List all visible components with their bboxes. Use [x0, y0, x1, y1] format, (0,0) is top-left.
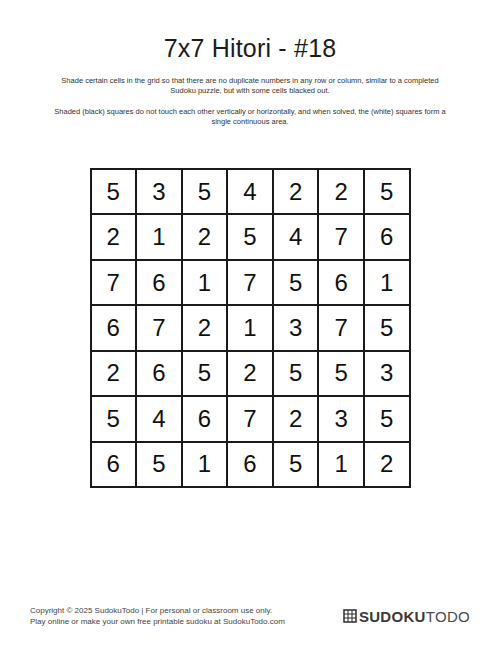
hitori-cell-r6c3[interactable]: 6 — [182, 396, 228, 441]
sudokutodo-logo: SUDOKU TODO — [343, 608, 470, 625]
hitori-cell-r2c6[interactable]: 7 — [318, 214, 364, 259]
hitori-cell-r1c6[interactable]: 2 — [318, 169, 364, 214]
hitori-cell-r5c4[interactable]: 2 — [227, 351, 273, 396]
hitori-cell-r3c5[interactable]: 5 — [273, 260, 319, 305]
sudoku-grid-icon — [343, 609, 357, 623]
hitori-cell-r7c4[interactable]: 6 — [227, 442, 273, 487]
hitori-cell-r1c2[interactable]: 3 — [136, 169, 182, 214]
hitori-cell-r4c6[interactable]: 7 — [318, 305, 364, 350]
hitori-cell-r5c7[interactable]: 3 — [364, 351, 410, 396]
hitori-cell-r2c7[interactable]: 6 — [364, 214, 410, 259]
footer-text: Copyright © 2025 SudokuTodo | For person… — [30, 605, 285, 627]
hitori-cell-r5c5[interactable]: 5 — [273, 351, 319, 396]
hitori-cell-r7c7[interactable]: 2 — [364, 442, 410, 487]
hitori-cell-r3c1[interactable]: 7 — [91, 260, 137, 305]
hitori-cell-r2c2[interactable]: 1 — [136, 214, 182, 259]
hitori-cell-r7c2[interactable]: 5 — [136, 442, 182, 487]
hitori-cell-r1c4[interactable]: 4 — [227, 169, 273, 214]
hitori-cell-r4c1[interactable]: 6 — [91, 305, 137, 350]
hitori-cell-r2c5[interactable]: 4 — [273, 214, 319, 259]
footer: Copyright © 2025 SudokuTodo | For person… — [30, 605, 470, 627]
hitori-cell-r6c7[interactable]: 5 — [364, 396, 410, 441]
hitori-cell-r6c6[interactable]: 3 — [318, 396, 364, 441]
hitori-cell-r6c5[interactable]: 2 — [273, 396, 319, 441]
hitori-cell-r3c6[interactable]: 6 — [318, 260, 364, 305]
hitori-cell-r5c6[interactable]: 5 — [318, 351, 364, 396]
hitori-cell-r7c5[interactable]: 5 — [273, 442, 319, 487]
logo-text-sudoku: SUDOKU — [359, 608, 426, 625]
hitori-cell-r5c1[interactable]: 2 — [91, 351, 137, 396]
hitori-cell-r1c3[interactable]: 5 — [182, 169, 228, 214]
hitori-cell-r7c1[interactable]: 6 — [91, 442, 137, 487]
hitori-cell-r3c4[interactable]: 7 — [227, 260, 273, 305]
hitori-board: 5354225212547676175616721375265255354672… — [90, 168, 411, 488]
footer-tagline-line: Play online or make your own free printa… — [30, 616, 285, 627]
logo-text-todo: TODO — [426, 608, 470, 625]
hitori-cell-r1c1[interactable]: 5 — [91, 169, 137, 214]
hitori-cell-r3c2[interactable]: 6 — [136, 260, 182, 305]
instructions: Shade certain cells in the grid so that … — [50, 76, 450, 127]
hitori-cell-r4c2[interactable]: 7 — [136, 305, 182, 350]
hitori-cell-r6c2[interactable]: 4 — [136, 396, 182, 441]
hitori-cell-r2c1[interactable]: 2 — [91, 214, 137, 259]
hitori-cell-r4c4[interactable]: 1 — [227, 305, 273, 350]
hitori-cell-r4c5[interactable]: 3 — [273, 305, 319, 350]
page-title: 7x7 Hitori - #18 — [0, 0, 500, 63]
hitori-cell-r5c2[interactable]: 6 — [136, 351, 182, 396]
hitori-cell-r2c4[interactable]: 5 — [227, 214, 273, 259]
instructions-paragraph-1: Shade certain cells in the grid so that … — [50, 76, 450, 96]
hitori-cell-r3c7[interactable]: 1 — [364, 260, 410, 305]
hitori-cell-r2c3[interactable]: 2 — [182, 214, 228, 259]
hitori-cell-r3c3[interactable]: 1 — [182, 260, 228, 305]
printable-puzzle-page: 7x7 Hitori - #18 Shade certain cells in … — [0, 0, 500, 647]
hitori-cell-r4c7[interactable]: 5 — [364, 305, 410, 350]
footer-copyright-line: Copyright © 2025 SudokuTodo | For person… — [30, 605, 285, 616]
hitori-cell-r7c3[interactable]: 1 — [182, 442, 228, 487]
hitori-cell-r6c1[interactable]: 5 — [91, 396, 137, 441]
hitori-cell-r1c7[interactable]: 5 — [364, 169, 410, 214]
hitori-cell-r1c5[interactable]: 2 — [273, 169, 319, 214]
hitori-cell-r5c3[interactable]: 5 — [182, 351, 228, 396]
hitori-cell-r7c6[interactable]: 1 — [318, 442, 364, 487]
hitori-cell-r6c4[interactable]: 7 — [227, 396, 273, 441]
hitori-cell-r4c3[interactable]: 2 — [182, 305, 228, 350]
instructions-paragraph-2: Shaded (black) squares do not touch each… — [50, 107, 450, 127]
